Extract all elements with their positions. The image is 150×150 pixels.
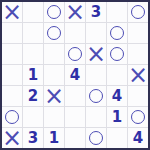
cross-mark: × xyxy=(2,2,22,22)
cell-r7c4[interactable] xyxy=(65,128,85,148)
cell-r6c2[interactable] xyxy=(23,107,43,127)
cell-r6c4[interactable] xyxy=(65,107,85,127)
cell-r5c7[interactable] xyxy=(128,86,148,106)
cell-r2c6[interactable] xyxy=(107,23,127,43)
cell-r6c6[interactable]: 1 xyxy=(107,107,127,127)
cell-r4c7[interactable]: × xyxy=(128,65,148,85)
clue-number: 1 xyxy=(28,68,38,83)
cell-r5c3[interactable]: × xyxy=(44,86,64,106)
cell-r2c1[interactable] xyxy=(2,23,22,43)
circle-mark xyxy=(89,89,103,103)
clue-number: 4 xyxy=(112,89,122,104)
circle-mark xyxy=(5,110,19,124)
clue-number: 1 xyxy=(49,131,59,146)
cell-r3c1[interactable] xyxy=(2,44,22,64)
clue-number: 1 xyxy=(112,110,122,125)
cell-r6c7[interactable] xyxy=(128,107,148,127)
cell-r2c3[interactable] xyxy=(44,23,64,43)
cell-r3c5[interactable]: × xyxy=(86,44,106,64)
circle-mark xyxy=(110,47,124,61)
cell-r4c5[interactable] xyxy=(86,65,106,85)
cell-r7c6[interactable] xyxy=(107,128,127,148)
cross-mark: × xyxy=(128,65,148,85)
cell-r5c4[interactable] xyxy=(65,86,85,106)
cell-r6c3[interactable] xyxy=(44,107,64,127)
cell-r1c1[interactable]: × xyxy=(2,2,22,22)
cell-r4c2[interactable]: 1 xyxy=(23,65,43,85)
cell-r1c6[interactable] xyxy=(107,2,127,22)
clue-number: 4 xyxy=(70,68,80,83)
cell-r3c7[interactable] xyxy=(128,44,148,64)
clue-number: 3 xyxy=(28,131,38,146)
cell-r2c4[interactable] xyxy=(65,23,85,43)
cell-r3c3[interactable] xyxy=(44,44,64,64)
cell-r2c7[interactable] xyxy=(128,23,148,43)
cell-r7c3[interactable]: 1 xyxy=(44,128,64,148)
circle-mark xyxy=(131,110,145,124)
cell-r7c1[interactable]: × xyxy=(2,128,22,148)
cell-r5c1[interactable] xyxy=(2,86,22,106)
cell-r1c3[interactable] xyxy=(44,2,64,22)
clue-number: 4 xyxy=(133,131,143,146)
cell-r3c2[interactable] xyxy=(23,44,43,64)
cross-mark: × xyxy=(2,128,22,148)
cell-r6c1[interactable] xyxy=(2,107,22,127)
cell-r1c2[interactable] xyxy=(23,2,43,22)
circle-mark xyxy=(131,5,145,19)
circle-mark xyxy=(47,26,61,40)
cell-r4c1[interactable] xyxy=(2,65,22,85)
circle-mark xyxy=(68,47,82,61)
cell-r7c7[interactable]: 4 xyxy=(128,128,148,148)
cross-mark: × xyxy=(86,44,106,64)
cell-r5c2[interactable]: 2 xyxy=(23,86,43,106)
cell-r4c4[interactable]: 4 xyxy=(65,65,85,85)
clue-number: 2 xyxy=(28,89,38,104)
cell-r3c6[interactable] xyxy=(107,44,127,64)
cell-r7c2[interactable]: 3 xyxy=(23,128,43,148)
cell-r1c5[interactable]: 3 xyxy=(86,2,106,22)
cell-r7c5[interactable] xyxy=(86,128,106,148)
puzzle-board: ××3×14×2×41×314 xyxy=(0,0,150,150)
circle-mark xyxy=(110,26,124,40)
cross-mark: × xyxy=(65,2,85,22)
circle-mark xyxy=(47,5,61,19)
cell-r1c7[interactable] xyxy=(128,2,148,22)
cell-r4c6[interactable] xyxy=(107,65,127,85)
circle-mark xyxy=(89,131,103,145)
cell-r1c4[interactable]: × xyxy=(65,2,85,22)
clue-number: 3 xyxy=(91,5,101,20)
cell-r2c5[interactable] xyxy=(86,23,106,43)
cell-r6c5[interactable] xyxy=(86,107,106,127)
cross-mark: × xyxy=(44,86,64,106)
cell-r3c4[interactable] xyxy=(65,44,85,64)
cell-r5c6[interactable]: 4 xyxy=(107,86,127,106)
cell-r2c2[interactable] xyxy=(23,23,43,43)
cell-r5c5[interactable] xyxy=(86,86,106,106)
cell-r4c3[interactable] xyxy=(44,65,64,85)
